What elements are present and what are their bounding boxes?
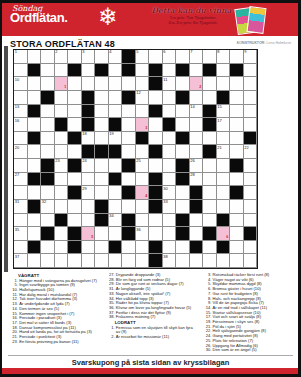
cell-r3c9[interactable] — [122, 77, 136, 91]
cell-r8c14[interactable] — [190, 145, 204, 159]
cell-r2c12[interactable] — [163, 64, 177, 78]
cell-number: 1 — [15, 50, 17, 54]
cell-r13c1[interactable] — [14, 214, 28, 228]
cell-r6c1[interactable]: 16 — [14, 118, 28, 132]
cell-r10c9[interactable] — [122, 173, 136, 187]
cell-r1c5[interactable] — [68, 50, 82, 64]
cell-r10c5[interactable] — [68, 173, 82, 187]
cell-r5c13[interactable] — [176, 105, 190, 119]
cell-r14c1[interactable]: 35 — [14, 227, 28, 241]
cell-r16c4[interactable] — [55, 254, 69, 268]
cell-r15c11 — [149, 241, 163, 255]
cell-r12c17[interactable] — [230, 200, 244, 214]
cell-r6c14[interactable] — [190, 118, 204, 132]
cell-r9c4[interactable]: 23 — [55, 159, 69, 173]
cell-r13c11[interactable] — [149, 214, 163, 228]
cell-r7c10 — [136, 132, 150, 146]
cell-r14c11[interactable] — [149, 227, 163, 241]
cell-r12c3[interactable]: 32 — [41, 200, 55, 214]
cell-r9c16[interactable] — [217, 159, 231, 173]
cell-r2c6[interactable] — [82, 64, 96, 78]
cell-r3c5[interactable] — [68, 77, 82, 91]
cell-r1c13[interactable] — [176, 50, 190, 64]
cell-r1c15[interactable] — [203, 50, 217, 64]
cell-number: 20 — [15, 146, 19, 150]
cell-r10c2 — [28, 173, 42, 187]
clue-lists: VÅGRÄTT1.Hänger med i svängarna på dansg… — [10, 273, 294, 353]
cell-r9c11[interactable] — [149, 159, 163, 173]
cell-r1c2[interactable] — [28, 50, 42, 64]
cell-r16c14[interactable] — [190, 254, 204, 268]
clue-number: 23. — [10, 340, 19, 345]
cell-r13c12[interactable] — [163, 214, 177, 228]
cell-r11c11 — [149, 186, 163, 200]
cell-r3c7[interactable] — [95, 77, 109, 91]
cell-r14c15 — [203, 227, 217, 241]
cell-r12c14 — [190, 200, 204, 214]
cell-r2c14[interactable] — [190, 64, 204, 78]
cell-r12c1[interactable]: 31 — [14, 200, 28, 214]
cell-r1c3[interactable] — [41, 50, 55, 64]
cell-number: 19 — [109, 132, 113, 136]
cell-r10c1[interactable]: 27 — [14, 173, 28, 187]
cell-r9c15[interactable] — [203, 159, 217, 173]
cell-r13c18[interactable] — [244, 214, 258, 228]
cell-r5c16[interactable]: 15 — [217, 105, 231, 119]
cell-r6c13[interactable] — [176, 118, 190, 132]
cell-r11c16[interactable] — [217, 186, 231, 200]
cell-r6c8 — [109, 118, 123, 132]
cell-r6c5[interactable] — [68, 118, 82, 132]
cell-r5c4[interactable] — [55, 105, 69, 119]
page-gutter-shadow — [4, 46, 8, 272]
cell-r16c11 — [149, 254, 163, 268]
cell-r10c14[interactable]: 28 — [190, 173, 204, 187]
page-edge-right — [298, 0, 301, 377]
cell-r7c7[interactable] — [95, 132, 109, 146]
cell-r3c4[interactable]: 1 — [55, 77, 69, 91]
cell-r5c8[interactable] — [109, 105, 123, 119]
cell-r3c6[interactable] — [82, 77, 96, 91]
cell-r8c9[interactable] — [122, 145, 136, 159]
prize-line2: 2:a–5:e pris: En Tjugolott. — [150, 20, 236, 25]
cell-r16c3[interactable] — [41, 254, 55, 268]
cell-r11c15[interactable] — [203, 186, 217, 200]
cell-r16c16[interactable] — [217, 254, 231, 268]
cell-r5c11 — [149, 105, 163, 119]
cell-r14c5 — [68, 227, 82, 241]
cell-number: 4 — [109, 50, 111, 54]
cell-r4c3 — [41, 91, 55, 105]
cell-r16c5[interactable] — [68, 254, 82, 268]
cell-r1c7[interactable] — [95, 50, 109, 64]
cell-r6c11[interactable] — [149, 118, 163, 132]
cell-r4c17[interactable] — [230, 91, 244, 105]
cell-r9c3 — [41, 159, 55, 173]
cell-r9c2[interactable] — [28, 159, 42, 173]
cell-number: 8 — [217, 50, 219, 54]
cell-r1c16[interactable]: 8 — [217, 50, 231, 64]
cell-r12c15[interactable] — [203, 200, 217, 214]
cell-r10c16[interactable] — [217, 173, 231, 187]
clue-number: 2. — [107, 335, 116, 340]
cell-r4c9 — [122, 91, 136, 105]
cell-r15c12[interactable] — [163, 241, 177, 255]
cell-r3c10[interactable] — [136, 77, 150, 91]
footer-rule — [8, 355, 293, 356]
solution-cell-digit: 5 — [91, 236, 93, 240]
cell-r4c18[interactable] — [244, 91, 258, 105]
cell-r16c6[interactable] — [82, 254, 96, 268]
cell-r12c10[interactable] — [136, 200, 150, 214]
cell-r9c14[interactable]: 26 — [190, 159, 204, 173]
cell-r6c17[interactable] — [230, 118, 244, 132]
cell-r6c2[interactable] — [28, 118, 42, 132]
cell-r8c16[interactable]: 21 — [217, 145, 231, 159]
cell-r15c1[interactable] — [14, 241, 28, 255]
cell-r12c5[interactable] — [68, 200, 82, 214]
cell-r11c18[interactable] — [244, 186, 258, 200]
cell-r4c2[interactable] — [28, 91, 42, 105]
cell-r7c12[interactable] — [163, 132, 177, 146]
cell-r1c18[interactable]: 9 — [244, 50, 258, 64]
cell-r8c13[interactable] — [176, 145, 190, 159]
cell-r9c7[interactable] — [95, 159, 109, 173]
cell-r7c9[interactable] — [122, 132, 136, 146]
cell-r13c16 — [217, 214, 231, 228]
cell-number: 33 — [163, 200, 167, 204]
cell-r3c8[interactable] — [109, 77, 123, 91]
cell-r7c17[interactable] — [230, 132, 244, 146]
cell-r7c2 — [28, 132, 42, 146]
cell-r7c13 — [176, 132, 190, 146]
cell-r11c7[interactable] — [95, 186, 109, 200]
cell-r14c12[interactable] — [163, 227, 177, 241]
cell-r9c9 — [122, 159, 136, 173]
cell-r5c10[interactable] — [136, 105, 150, 119]
cell-r10c15[interactable] — [203, 173, 217, 187]
cell-r6c9[interactable] — [122, 118, 136, 132]
cell-number: 24 — [82, 159, 86, 163]
cell-r11c10[interactable]: 4 — [136, 186, 150, 200]
cell-number: 5 — [136, 50, 138, 54]
prize-title: Detta kan du vinna: — [150, 6, 236, 15]
cell-r5c9[interactable] — [122, 105, 136, 119]
cell-r8c17[interactable] — [230, 145, 244, 159]
cell-r5c5[interactable] — [68, 105, 82, 119]
cell-r1c10[interactable]: 5 — [136, 50, 150, 64]
cell-r2c9 — [122, 64, 136, 78]
page-title: STORA ORDFLÄTAN 48 — [10, 39, 115, 49]
cell-r8c2[interactable] — [28, 145, 42, 159]
cell-r16c10[interactable] — [136, 254, 150, 268]
cell-r4c1[interactable] — [14, 91, 28, 105]
cell-r15c18[interactable] — [244, 241, 258, 255]
cell-r2c4[interactable] — [55, 64, 69, 78]
cell-r3c17[interactable] — [230, 77, 244, 91]
cell-r5c7[interactable] — [95, 105, 109, 119]
cell-r3c16[interactable] — [217, 77, 231, 91]
cell-r14c7[interactable] — [95, 227, 109, 241]
cell-r15c9[interactable] — [122, 241, 136, 255]
clue-column-3: 3.Rotsmakad räcker först runt (8)4.Väger… — [203, 273, 294, 353]
cell-r14c17[interactable] — [230, 227, 244, 241]
cell-r3c15[interactable] — [203, 77, 217, 91]
cell-r13c13 — [176, 214, 190, 228]
cell-r4c7[interactable] — [95, 91, 109, 105]
cell-r13c17[interactable] — [230, 214, 244, 228]
cell-r16c7[interactable] — [95, 254, 109, 268]
cell-r14c10[interactable]: 36 — [136, 227, 150, 241]
cell-r16c17[interactable] — [230, 254, 244, 268]
cell-r12c16[interactable] — [217, 200, 231, 214]
cell-r2c18[interactable] — [244, 64, 258, 78]
clue-text: En första prövning på banan (11) — [19, 340, 100, 345]
cell-r11c6[interactable]: 29 — [82, 186, 96, 200]
cell-r15c7[interactable] — [95, 241, 109, 255]
cell-r9c12[interactable] — [163, 159, 177, 173]
cell-r7c6[interactable]: 18 — [82, 132, 96, 146]
cell-r15c3[interactable] — [41, 241, 55, 255]
cell-r15c13[interactable] — [176, 241, 190, 255]
cell-r7c14[interactable] — [190, 132, 204, 146]
cell-r12c7 — [95, 200, 109, 214]
cell-r3c1[interactable]: 10 — [14, 77, 28, 91]
cell-r5c14[interactable]: 14 — [190, 105, 204, 119]
cell-r16c18[interactable] — [244, 254, 258, 268]
cell-r1c11[interactable] — [149, 50, 163, 64]
cell-number: 27 — [15, 173, 19, 177]
clue-column-2: 27.Drypande droppande (3)28.Blir en färg… — [107, 273, 198, 353]
cell-r12c4[interactable] — [55, 200, 69, 214]
cell-r1c6[interactable]: 3 — [82, 50, 96, 64]
cell-r12c6[interactable] — [82, 200, 96, 214]
cell-r3c13[interactable] — [176, 77, 190, 91]
cell-r1c14[interactable]: 7 — [190, 50, 204, 64]
cell-r2c2 — [28, 64, 42, 78]
cell-r12c18[interactable] — [244, 200, 258, 214]
cell-number: 6 — [163, 50, 165, 54]
cell-number: 31 — [15, 200, 19, 204]
cell-r5c12[interactable] — [163, 105, 177, 119]
cell-r8c6 — [82, 145, 96, 159]
cell-r12c8[interactable] — [109, 200, 123, 214]
cell-r14c4[interactable] — [55, 227, 69, 241]
clue-item: 23.En första prövning på banan (11) — [10, 340, 101, 345]
cell-r11c4[interactable] — [55, 186, 69, 200]
cell-r9c1[interactable] — [14, 159, 28, 173]
cell-r13c6[interactable] — [82, 214, 96, 228]
cell-r4c12[interactable] — [163, 91, 177, 105]
cell-r13c8[interactable]: 34 — [109, 214, 123, 228]
cell-r7c15[interactable] — [203, 132, 217, 146]
cell-r11c8[interactable] — [109, 186, 123, 200]
cell-r5c18[interactable] — [244, 105, 258, 119]
logo-main: Ordflätan. — [10, 11, 67, 24]
cell-r15c17[interactable] — [230, 241, 244, 255]
cell-r4c14[interactable] — [190, 91, 204, 105]
cell-r10c17[interactable] — [230, 173, 244, 187]
cell-number: 13 — [15, 105, 19, 109]
cell-r6c3[interactable] — [41, 118, 55, 132]
cell-number: 30 — [163, 187, 167, 191]
cell-r9c6[interactable]: 24 — [82, 159, 96, 173]
cell-r14c18 — [244, 227, 258, 241]
cell-r15c6[interactable] — [82, 241, 96, 255]
cell-r4c10[interactable]: 12 — [136, 91, 150, 105]
cell-number: 36 — [136, 228, 140, 232]
cell-r6c4 — [55, 118, 69, 132]
cell-r1c4[interactable]: 2 — [55, 50, 69, 64]
cell-r12c9[interactable] — [122, 200, 136, 214]
cell-r6c7[interactable] — [95, 118, 109, 132]
cell-r9c8[interactable] — [109, 159, 123, 173]
cell-r1c12[interactable]: 6 — [163, 50, 177, 64]
cell-r1c9 — [122, 50, 136, 64]
cell-r10c10[interactable] — [136, 173, 150, 187]
cell-r5c1[interactable]: 13 — [14, 105, 28, 119]
cell-r5c17[interactable] — [230, 105, 244, 119]
cell-number: 37 — [15, 255, 19, 259]
cell-r14c2[interactable] — [28, 227, 42, 241]
cell-r6c10[interactable]: 3 — [136, 118, 150, 132]
cell-number: 2 — [55, 50, 57, 54]
cell-r16c12[interactable]: 38 — [163, 254, 177, 268]
cell-r8c4[interactable] — [55, 145, 69, 159]
solution-cell-digit: 1 — [64, 86, 66, 90]
cell-r7c16[interactable] — [217, 132, 231, 146]
cell-r12c12[interactable]: 33 — [163, 200, 177, 214]
cell-r11c3[interactable] — [41, 186, 55, 200]
cell-r8c3[interactable] — [41, 145, 55, 159]
cell-r4c11[interactable] — [149, 91, 163, 105]
cell-r8c8 — [109, 145, 123, 159]
cell-r15c10[interactable] — [136, 241, 150, 255]
cell-r16c15[interactable] — [203, 254, 217, 268]
cell-r14c6[interactable]: 5 — [82, 227, 96, 241]
cell-r7c4[interactable] — [55, 132, 69, 146]
cell-r7c5 — [68, 132, 82, 146]
cell-r8c5[interactable] — [68, 145, 82, 159]
cell-r13c10[interactable] — [136, 214, 150, 228]
cell-r15c15[interactable] — [203, 241, 217, 255]
cell-r13c3[interactable] — [41, 214, 55, 228]
cell-r4c15[interactable] — [203, 91, 217, 105]
cell-r16c1[interactable]: 37 — [14, 254, 28, 268]
cell-r10c18[interactable] — [244, 173, 258, 187]
snowflake-icon: ❄ — [98, 5, 118, 29]
cell-number: 9 — [244, 50, 246, 54]
cell-r3c18[interactable] — [244, 77, 258, 91]
cell-r4c8[interactable] — [109, 91, 123, 105]
cell-r11c12[interactable]: 30 — [163, 186, 177, 200]
cell-r12c11 — [149, 200, 163, 214]
cell-r2c3[interactable] — [41, 64, 55, 78]
solution-cell-digit: 4 — [145, 195, 147, 199]
cell-r4c5[interactable] — [68, 91, 82, 105]
cell-r15c8 — [109, 241, 123, 255]
cell-r14c16[interactable]: 6 — [217, 227, 231, 241]
cell-number: 22 — [244, 146, 248, 150]
solution-cell-digit: 6 — [226, 236, 228, 240]
cell-r7c3[interactable] — [41, 132, 55, 146]
cell-r2c7 — [95, 64, 109, 78]
cell-r6c12 — [163, 118, 177, 132]
cell-r2c16[interactable] — [217, 64, 231, 78]
cell-r13c5[interactable] — [68, 214, 82, 228]
cell-r11c2[interactable] — [28, 186, 42, 200]
prize-info: Detta kan du vinna: 1:a pris: Två Tjugol… — [150, 6, 236, 25]
cell-r14c8[interactable] — [109, 227, 123, 241]
cell-r9c18[interactable] — [244, 159, 258, 173]
cell-r8c12[interactable] — [163, 145, 177, 159]
cell-r5c15 — [203, 105, 217, 119]
cell-r8c18[interactable]: 22 — [244, 145, 258, 159]
cell-r4c13 — [176, 91, 190, 105]
cell-r7c11[interactable] — [149, 132, 163, 146]
cell-r2c10[interactable] — [136, 64, 150, 78]
cell-r5c3[interactable] — [41, 105, 55, 119]
cell-r1c8[interactable]: 4 — [109, 50, 123, 64]
cell-r7c1[interactable] — [14, 132, 28, 146]
cell-r9c17 — [230, 159, 244, 173]
cell-r15c4[interactable] — [55, 241, 69, 255]
cell-r3c12[interactable]: 11 — [163, 77, 177, 91]
cell-r14c9 — [122, 227, 136, 241]
cell-r3c2[interactable] — [28, 77, 42, 91]
cell-number: 18 — [82, 132, 86, 136]
cell-r8c10[interactable] — [136, 145, 150, 159]
cell-r9c10[interactable]: 25 — [136, 159, 150, 173]
cell-r6c16[interactable]: 17 — [217, 118, 231, 132]
cell-r13c15[interactable] — [203, 214, 217, 228]
cell-r11c1[interactable] — [14, 186, 28, 200]
cell-r7c8[interactable]: 19 — [109, 132, 123, 146]
cell-r16c13[interactable] — [176, 254, 190, 268]
cell-number: 38 — [163, 255, 167, 259]
cell-r3c14[interactable]: 2 — [190, 77, 204, 91]
cell-r14c14[interactable] — [190, 227, 204, 241]
cell-r10c12[interactable] — [163, 173, 177, 187]
cell-r1c17[interactable] — [230, 50, 244, 64]
masthead-banner: Söndag Ordflätan. ❄ Detta kan du vinna: … — [2, 3, 298, 36]
cell-r3c3[interactable] — [41, 77, 55, 91]
cell-r4c4[interactable] — [55, 91, 69, 105]
cell-r16c8[interactable] — [109, 254, 123, 268]
cell-r2c1[interactable] — [14, 64, 28, 78]
cell-r15c14 — [190, 241, 204, 255]
cell-r13c2[interactable] — [28, 214, 42, 228]
cell-r15c2 — [28, 241, 42, 255]
cell-r13c14[interactable] — [190, 214, 204, 228]
cell-r16c2[interactable] — [28, 254, 42, 268]
cell-r16c9[interactable] — [122, 254, 136, 268]
cell-r7c18 — [244, 132, 258, 146]
cell-r10c4[interactable] — [55, 173, 69, 187]
logo: Söndag Ordflätan. — [10, 5, 67, 24]
cell-r2c8[interactable] — [109, 64, 123, 78]
cell-r10c7[interactable] — [95, 173, 109, 187]
clue-item: 2.Är nissebot för missionär (11) — [107, 335, 198, 340]
cell-r10c6[interactable] — [82, 173, 96, 187]
constructor-label: KONSTRUKTÖR: — [237, 41, 266, 45]
cell-r1c1[interactable]: 1 — [14, 50, 28, 64]
cell-r8c1[interactable]: 20 — [14, 145, 28, 159]
cell-r6c18[interactable] — [244, 118, 258, 132]
cell-r5c6 — [82, 105, 96, 119]
cell-r12c13[interactable] — [176, 200, 190, 214]
cell-r11c13[interactable] — [176, 186, 190, 200]
